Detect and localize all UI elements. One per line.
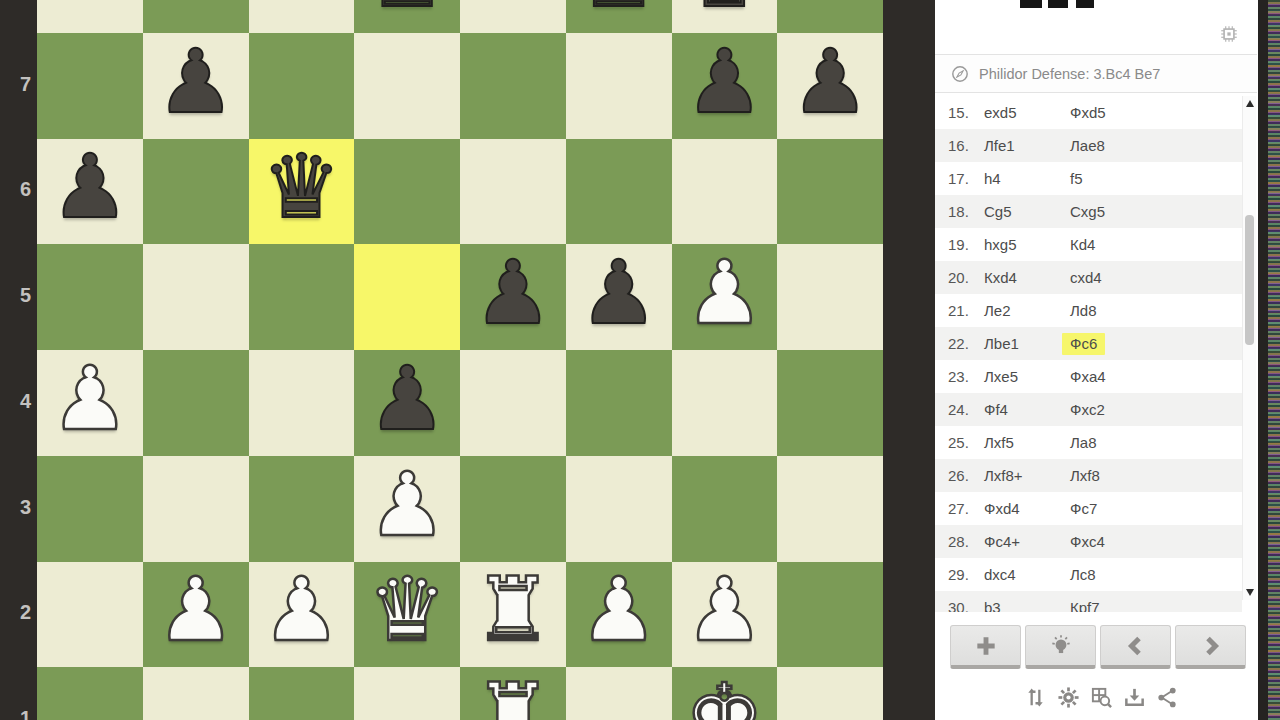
share-icon[interactable]: [1155, 685, 1179, 709]
white-move[interactable]: Лfe1: [984, 137, 1070, 154]
white-move[interactable]: Кxd4: [984, 269, 1070, 286]
black-move[interactable]: Крf7: [1070, 599, 1100, 612]
white-pawn-d3[interactable]: ♟: [368, 461, 447, 549]
square-f1[interactable]: [566, 667, 672, 720]
white-rook-e1[interactable]: ♜: [473, 672, 552, 720]
move-number: 24.: [948, 401, 984, 418]
square-c4[interactable]: [249, 350, 355, 456]
square-d4[interactable]: ♟: [354, 350, 460, 456]
compass-icon: [951, 65, 969, 83]
white-move[interactable]: Лbe1: [984, 335, 1070, 352]
move-number: 15.: [948, 104, 984, 121]
white-move[interactable]: dxc4: [984, 566, 1070, 583]
move-row-24: 24.Фf4Фxc2: [935, 393, 1242, 426]
square-e4[interactable]: [460, 350, 566, 456]
download-icon[interactable]: [1122, 685, 1146, 709]
black-move[interactable]: Лa8: [1070, 434, 1097, 451]
hint-button[interactable]: [1025, 625, 1096, 669]
scroll-up-arrow[interactable]: [1246, 100, 1254, 107]
analysis-panel: Philidor Defense: 3.Bc4 Be7 15.exd5Фxd51…: [935, 0, 1280, 720]
rank-label-6: 6: [0, 178, 31, 201]
black-queen-c6[interactable]: ♛: [262, 143, 341, 231]
black-move[interactable]: Лd8: [1070, 302, 1097, 319]
panel-edge-strip: [1258, 0, 1268, 720]
square-c6[interactable]: ♛: [249, 139, 355, 245]
rank-label-3: 3: [0, 496, 31, 519]
white-move[interactable]: Ле2: [984, 302, 1070, 319]
square-e2[interactable]: ♜: [460, 562, 566, 668]
white-move[interactable]: exd5: [984, 104, 1070, 121]
black-move[interactable]: Фc7: [1070, 500, 1097, 517]
square-b1[interactable]: [143, 667, 249, 720]
white-move[interactable]: h4: [984, 170, 1070, 187]
move-number: 19.: [948, 236, 984, 253]
move-list-scrollbar[interactable]: [1242, 96, 1256, 600]
rank-label-4: 4: [0, 390, 31, 413]
analysis-page: 7654321 ♜♜♚♟♟♟♟♛♟♟♟♟♟♟♟♟♛♜♟♟♜♚: [0, 0, 1280, 720]
square-b4[interactable]: [143, 350, 249, 456]
chevron-left-icon: [1124, 634, 1148, 658]
black-rook-f8[interactable]: ♜: [579, 0, 658, 20]
move-number: 25.: [948, 434, 984, 451]
chess-board[interactable]: ♜♜♚♟♟♟♟♛♟♟♟♟♟♟♟♟♛♜♟♟♜♚: [37, 0, 883, 720]
black-pawn-b7[interactable]: ♟: [156, 38, 235, 126]
move-row-19: 19.hxg5Кd4: [935, 228, 1242, 261]
black-move[interactable]: f5: [1070, 170, 1083, 187]
video-noise-strip: [1268, 0, 1280, 720]
rank-label-2: 2: [0, 601, 31, 624]
square-f7[interactable]: [566, 33, 672, 139]
white-move[interactable]: Фf4: [984, 401, 1070, 418]
square-a4[interactable]: ♟: [37, 350, 143, 456]
white-pawn-f2[interactable]: ♟: [579, 566, 658, 654]
flip-icon[interactable]: [1023, 685, 1047, 709]
move-row-29: 29.dxc4Лc8: [935, 558, 1242, 591]
square-c2[interactable]: ♟: [249, 562, 355, 668]
square-h2[interactable]: [777, 562, 883, 668]
white-move[interactable]: b3: [984, 599, 1070, 612]
black-move[interactable]: Лae8: [1070, 137, 1105, 154]
square-g4[interactable]: [672, 350, 778, 456]
black-pawn-h7[interactable]: ♟: [791, 38, 870, 126]
rank-label-7: 7: [0, 73, 31, 96]
white-pawn-b2[interactable]: ♟: [156, 566, 235, 654]
move-row-27: 27.Фxd4Фc7: [935, 492, 1242, 525]
square-h1[interactable]: [777, 667, 883, 720]
square-b6[interactable]: [143, 139, 249, 245]
footer-icon-row: [1023, 685, 1179, 709]
square-g5[interactable]: ♟: [672, 244, 778, 350]
move-number: 27.: [948, 500, 984, 517]
move-row-30: 30.b3Крf7: [935, 591, 1242, 612]
square-a6[interactable]: ♟: [37, 139, 143, 245]
black-move[interactable]: Фxd5: [1070, 104, 1106, 121]
square-b7[interactable]: ♟: [143, 33, 249, 139]
move-list: 15.exd5Фxd516.Лfe1Лae817.h4f518.Сg5Сxg51…: [935, 96, 1242, 612]
white-rook-e2[interactable]: ♜: [473, 566, 552, 654]
move-row-18: 18.Сg5Сxg5: [935, 195, 1242, 228]
square-d7[interactable]: [354, 33, 460, 139]
move-row-20: 20.Кxd4cxd4: [935, 261, 1242, 294]
white-pawn-c2[interactable]: ♟: [262, 566, 341, 654]
move-number: 21.: [948, 302, 984, 319]
square-c3[interactable]: [249, 456, 355, 562]
square-g7[interactable]: ♟: [672, 33, 778, 139]
cropped-toolbar-icon: [1048, 0, 1068, 8]
square-h5[interactable]: [777, 244, 883, 350]
white-move[interactable]: hxg5: [984, 236, 1070, 253]
move-number: 23.: [948, 368, 984, 385]
opening-name-row[interactable]: Philidor Defense: 3.Bc4 Be7: [935, 54, 1257, 93]
black-rook-d8[interactable]: ♜: [368, 0, 447, 20]
rank-label-strip: 7654321: [0, 0, 37, 720]
move-number: 17.: [948, 170, 984, 187]
move-number: 16.: [948, 137, 984, 154]
move-number: 29.: [948, 566, 984, 583]
move-row-23: 23.Лxe5Фxa4: [935, 360, 1242, 393]
square-c7[interactable]: [249, 33, 355, 139]
square-f6[interactable]: [566, 139, 672, 245]
scroll-down-arrow[interactable]: [1246, 589, 1254, 596]
square-d2[interactable]: ♛: [354, 562, 460, 668]
square-a5[interactable]: [37, 244, 143, 350]
square-h4[interactable]: [777, 350, 883, 456]
black-move-current[interactable]: Фc6: [1062, 333, 1105, 355]
black-move[interactable]: Лc8: [1070, 566, 1096, 583]
move-number: 18.: [948, 203, 984, 220]
black-move[interactable]: Кd4: [1070, 236, 1095, 253]
rank-label-1: 1: [0, 707, 31, 720]
cropped-toolbar-icon: [1020, 0, 1042, 8]
move-row-16: 16.Лfe1Лae8: [935, 129, 1242, 162]
move-row-15: 15.exd5Фxd5: [935, 96, 1242, 129]
black-pawn-a6[interactable]: ♟: [50, 143, 129, 231]
black-pawn-e5[interactable]: ♟: [473, 249, 552, 337]
black-pawn-f5[interactable]: ♟: [579, 249, 658, 337]
square-d3[interactable]: ♟: [354, 456, 460, 562]
move-number: 30.: [948, 599, 984, 612]
square-g6[interactable]: [672, 139, 778, 245]
move-number: 26.: [948, 467, 984, 484]
move-number: 28.: [948, 533, 984, 550]
square-e3[interactable]: [460, 456, 566, 562]
white-move[interactable]: Фc4+: [984, 533, 1070, 550]
square-f3[interactable]: [566, 456, 672, 562]
square-h6[interactable]: [777, 139, 883, 245]
gear-icon[interactable]: [1056, 685, 1080, 709]
rank-label-5: 5: [0, 284, 31, 307]
square-e6[interactable]: [460, 139, 566, 245]
white-move[interactable]: Лxe5: [984, 368, 1070, 385]
square-b8[interactable]: [143, 0, 249, 33]
black-move[interactable]: cxd4: [1070, 269, 1102, 286]
black-move[interactable]: Сxg5: [1070, 203, 1105, 220]
cropped-toolbar-icon: [1076, 0, 1094, 8]
square-e8[interactable]: [460, 0, 566, 33]
square-a8[interactable]: [37, 0, 143, 33]
square-c5[interactable]: [249, 244, 355, 350]
square-f2[interactable]: ♟: [566, 562, 672, 668]
square-g3[interactable]: [672, 456, 778, 562]
black-pawn-d4[interactable]: ♟: [368, 355, 447, 443]
chevron-right-icon: [1199, 634, 1223, 658]
plus-icon: [973, 633, 999, 659]
square-f4[interactable]: [566, 350, 672, 456]
black-move[interactable]: Фxa4: [1070, 368, 1106, 385]
square-h3[interactable]: [777, 456, 883, 562]
square-b3[interactable]: [143, 456, 249, 562]
square-g1[interactable]: ♚: [672, 667, 778, 720]
move-number: 20.: [948, 269, 984, 286]
black-king-g8[interactable]: ♚: [685, 0, 764, 20]
square-d8[interactable]: ♜: [354, 0, 460, 33]
black-pawn-g7[interactable]: ♟: [685, 38, 764, 126]
square-d6[interactable]: [354, 139, 460, 245]
square-a3[interactable]: [37, 456, 143, 562]
white-pawn-a4[interactable]: ♟: [50, 355, 129, 443]
square-g8[interactable]: ♚: [672, 0, 778, 33]
white-pawn-g5[interactable]: ♟: [685, 249, 764, 337]
move-row-26: 26.Лxf8+Лxf8: [935, 459, 1242, 492]
lightbulb-icon: [1048, 633, 1074, 659]
white-move[interactable]: Фxd4: [984, 500, 1070, 517]
square-e7[interactable]: [460, 33, 566, 139]
square-c8[interactable]: [249, 0, 355, 33]
black-move[interactable]: Лxf8: [1070, 467, 1100, 484]
opening-name: Philidor Defense: 3.Bc4 Be7: [979, 66, 1160, 82]
square-c1[interactable]: [249, 667, 355, 720]
move-row-21: 21.Ле2Лd8: [935, 294, 1242, 327]
prev-move-button[interactable]: [1100, 625, 1171, 669]
move-row-22: 22.Лbe1Фc6: [935, 327, 1242, 360]
explorer-icon[interactable]: [1089, 685, 1113, 709]
square-g2[interactable]: ♟: [672, 562, 778, 668]
move-row-28: 28.Фc4+Фxc4: [935, 525, 1242, 558]
square-b5[interactable]: [143, 244, 249, 350]
square-f8[interactable]: ♜: [566, 0, 672, 33]
square-a7[interactable]: [37, 33, 143, 139]
white-move[interactable]: Лxf8+: [984, 467, 1070, 484]
add-move-button[interactable]: [950, 625, 1021, 669]
black-move[interactable]: Фxc2: [1070, 401, 1105, 418]
engine-chip-icon[interactable]: [1220, 25, 1238, 43]
square-a1[interactable]: [37, 667, 143, 720]
square-f5[interactable]: ♟: [566, 244, 672, 350]
next-move-button[interactable]: [1175, 625, 1246, 669]
white-queen-d2[interactable]: ♛: [368, 566, 447, 654]
control-button-row: [950, 625, 1250, 669]
white-king-g1[interactable]: ♚: [685, 672, 764, 720]
square-a2[interactable]: [37, 562, 143, 668]
square-b2[interactable]: ♟: [143, 562, 249, 668]
square-e5[interactable]: ♟: [460, 244, 566, 350]
scrollbar-thumb[interactable]: [1245, 215, 1254, 345]
move-row-25: 25.Лxf5Лa8: [935, 426, 1242, 459]
square-d5[interactable]: [354, 244, 460, 350]
move-number: 22.: [948, 335, 984, 352]
white-move[interactable]: Сg5: [984, 203, 1070, 220]
square-h7[interactable]: ♟: [777, 33, 883, 139]
square-h8[interactable]: [777, 0, 883, 33]
black-move[interactable]: Фxc4: [1070, 533, 1105, 550]
white-move[interactable]: Лxf5: [984, 434, 1070, 451]
move-row-17: 17.h4f5: [935, 162, 1242, 195]
white-pawn-g2[interactable]: ♟: [685, 566, 764, 654]
square-e1[interactable]: ♜: [460, 667, 566, 720]
square-d1[interactable]: [354, 667, 460, 720]
